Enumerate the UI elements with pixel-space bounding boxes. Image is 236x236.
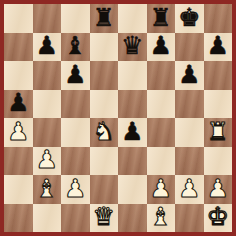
square-f7[interactable]: ♟ [147,33,176,62]
white-queen-piece: ♛ [93,204,115,229]
square-g4[interactable] [175,118,204,147]
square-h5[interactable] [204,90,233,119]
square-c3[interactable] [61,147,90,176]
square-e7[interactable]: ♛ [118,33,147,62]
square-d5[interactable] [90,90,119,119]
square-d3[interactable] [90,147,119,176]
black-pawn-piece: ♟ [7,90,29,115]
square-a7[interactable] [4,33,33,62]
square-a1[interactable] [4,204,33,233]
square-c5[interactable] [61,90,90,119]
square-f1[interactable]: ♝ [147,204,176,233]
square-f6[interactable] [147,61,176,90]
square-a6[interactable] [4,61,33,90]
white-bishop-piece: ♝ [150,204,172,229]
square-g7[interactable] [175,33,204,62]
black-pawn-piece: ♟ [178,62,200,87]
square-h8[interactable] [204,4,233,33]
white-knight-piece: ♞ [93,119,115,144]
black-bishop-piece: ♝ [64,33,86,58]
square-f4[interactable] [147,118,176,147]
white-pawn-piece: ♟ [7,119,29,144]
chess-board-frame: ♜♜♚♟♝♛♟♟♟♟♟♟♞♟♜♟♝♟♟♟♟♛♝♚ [0,0,236,236]
square-d7[interactable] [90,33,119,62]
square-e1[interactable] [118,204,147,233]
white-pawn-piece: ♟ [207,176,229,201]
square-b8[interactable] [33,4,62,33]
chess-board: ♜♜♚♟♝♛♟♟♟♟♟♟♞♟♜♟♝♟♟♟♟♛♝♚ [4,4,232,232]
black-rook-piece: ♜ [150,5,172,30]
square-h1[interactable]: ♚ [204,204,233,233]
black-queen-piece: ♛ [121,33,143,58]
square-h4[interactable]: ♜ [204,118,233,147]
white-rook-piece: ♜ [207,119,229,144]
square-d4[interactable]: ♞ [90,118,119,147]
square-h6[interactable] [204,61,233,90]
square-e4[interactable]: ♟ [118,118,147,147]
white-pawn-piece: ♟ [64,176,86,201]
square-g1[interactable] [175,204,204,233]
black-pawn-piece: ♟ [36,33,58,58]
square-c2[interactable]: ♟ [61,175,90,204]
square-a8[interactable] [4,4,33,33]
black-pawn-piece: ♟ [121,119,143,144]
square-c7[interactable]: ♝ [61,33,90,62]
square-g2[interactable]: ♟ [175,175,204,204]
black-pawn-piece: ♟ [64,62,86,87]
white-pawn-piece: ♟ [36,147,58,172]
square-g8[interactable]: ♚ [175,4,204,33]
square-f2[interactable]: ♟ [147,175,176,204]
square-e3[interactable] [118,147,147,176]
black-king-piece: ♚ [178,5,200,30]
square-h3[interactable] [204,147,233,176]
square-e8[interactable] [118,4,147,33]
square-b4[interactable] [33,118,62,147]
square-g6[interactable]: ♟ [175,61,204,90]
square-c4[interactable] [61,118,90,147]
square-f5[interactable] [147,90,176,119]
square-b1[interactable] [33,204,62,233]
square-e6[interactable] [118,61,147,90]
square-b7[interactable]: ♟ [33,33,62,62]
square-e2[interactable] [118,175,147,204]
square-d1[interactable]: ♛ [90,204,119,233]
black-pawn-piece: ♟ [150,33,172,58]
black-pawn-piece: ♟ [207,33,229,58]
square-c8[interactable] [61,4,90,33]
square-d2[interactable] [90,175,119,204]
square-f3[interactable] [147,147,176,176]
square-e5[interactable] [118,90,147,119]
square-c1[interactable] [61,204,90,233]
square-a2[interactable] [4,175,33,204]
square-f8[interactable]: ♜ [147,4,176,33]
square-h7[interactable]: ♟ [204,33,233,62]
square-b5[interactable] [33,90,62,119]
black-rook-piece: ♜ [93,5,115,30]
square-a5[interactable]: ♟ [4,90,33,119]
square-b6[interactable] [33,61,62,90]
square-g3[interactable] [175,147,204,176]
white-bishop-piece: ♝ [36,176,58,201]
square-a4[interactable]: ♟ [4,118,33,147]
square-c6[interactable]: ♟ [61,61,90,90]
square-a3[interactable] [4,147,33,176]
square-b2[interactable]: ♝ [33,175,62,204]
square-d6[interactable] [90,61,119,90]
white-king-piece: ♚ [207,204,229,229]
white-pawn-piece: ♟ [150,176,172,201]
white-pawn-piece: ♟ [178,176,200,201]
square-b3[interactable]: ♟ [33,147,62,176]
square-h2[interactable]: ♟ [204,175,233,204]
square-g5[interactable] [175,90,204,119]
square-d8[interactable]: ♜ [90,4,119,33]
